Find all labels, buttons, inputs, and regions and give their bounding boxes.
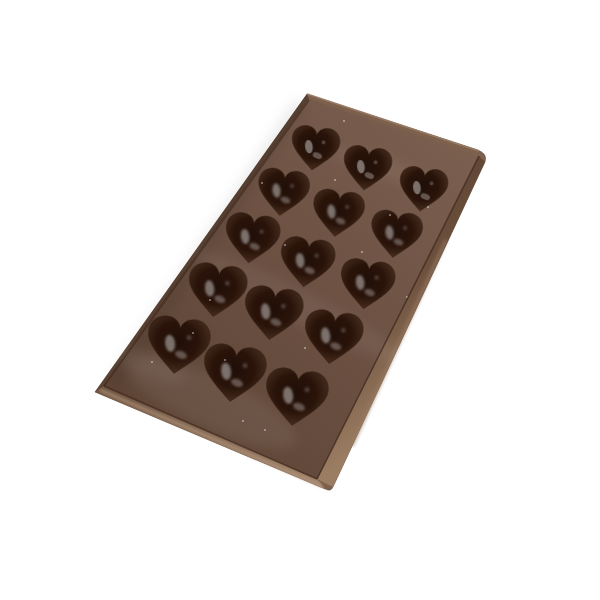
dust-speck — [427, 206, 429, 208]
dust-speck — [209, 299, 211, 301]
chocolate-mold-illustration — [0, 0, 600, 600]
dust-speck — [304, 347, 306, 349]
dust-speck — [361, 251, 363, 253]
dust-speck — [343, 120, 345, 122]
dust-speck — [284, 244, 286, 246]
dust-speck — [192, 332, 194, 334]
dust-speck — [389, 214, 391, 216]
dust-speck — [242, 420, 244, 422]
dust-speck — [151, 361, 153, 363]
dust-speck — [264, 429, 266, 431]
dust-speck — [261, 182, 263, 184]
dust-speck — [224, 359, 226, 361]
dust-speck — [334, 179, 336, 181]
product-photo — [0, 0, 600, 600]
